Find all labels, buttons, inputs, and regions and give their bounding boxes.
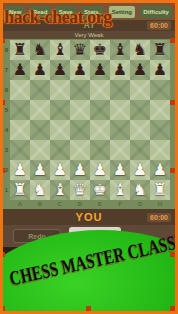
square-e1[interactable]: ♚ [90,180,110,200]
difficulty-button[interactable]: Difficulty [140,6,172,18]
piece-white-bishop: ♝ [110,180,130,200]
square-e7[interactable]: ♟ [90,60,110,80]
frame-marker [86,0,91,5]
chess-board: 87654321 ♜♞♝♛♚♝♞♜♟♟♟♟♟♟♟♟♟♟♟♟♟♟♟♟♜♞♝♛♚♝♞… [3,39,175,209]
piece-white-bishop: ♝ [50,180,70,200]
square-d1[interactable]: ♛ [70,180,90,200]
square-b1[interactable]: ♞ [30,180,50,200]
square-e3[interactable] [90,140,110,160]
square-b2[interactable]: ♟ [30,160,50,180]
square-h8[interactable]: ♜ [150,40,170,60]
square-d8[interactable]: ♛ [70,40,90,60]
piece-black-knight: ♞ [130,40,150,60]
rank-label-1: 1 [3,180,10,200]
file-label-c: C [50,200,70,209]
piece-white-pawn: ♟ [10,160,30,180]
square-c7[interactable]: ♟ [50,60,70,80]
file-label-b: B [30,200,50,209]
piece-black-bishop: ♝ [50,40,70,60]
rank-label-6: 6 [3,80,10,100]
square-d4[interactable] [70,120,90,140]
frame-marker [0,252,5,257]
square-g8[interactable]: ♞ [130,40,150,60]
piece-white-rook: ♜ [150,180,170,200]
frame-marker [0,0,5,5]
square-a7[interactable]: ♟ [10,60,30,80]
piece-black-pawn: ♟ [10,60,30,80]
square-h2[interactable]: ♟ [150,160,170,180]
square-f3[interactable] [110,140,130,160]
square-e4[interactable] [90,120,110,140]
file-label-d: D [70,200,90,209]
square-c3[interactable] [50,140,70,160]
square-b3[interactable] [30,140,50,160]
square-h1[interactable]: ♜ [150,180,170,200]
frame-marker [0,38,5,43]
square-e6[interactable] [90,80,110,100]
square-c1[interactable]: ♝ [50,180,70,200]
piece-white-pawn: ♟ [110,160,130,180]
frame-marker [170,168,175,173]
rank-label-4: 4 [3,120,10,140]
piece-black-pawn: ♟ [110,60,130,80]
square-g5[interactable] [130,100,150,120]
piece-white-knight: ♞ [130,180,150,200]
watermark-text: hack-cheat.org [4,7,111,28]
square-a6[interactable] [10,80,30,100]
square-g3[interactable] [130,140,150,160]
square-h4[interactable] [150,120,170,140]
frame-marker [170,100,175,105]
rank-label-3: 3 [3,140,10,160]
square-d7[interactable]: ♟ [70,60,90,80]
square-f8[interactable]: ♝ [110,40,130,60]
square-c6[interactable] [50,80,70,100]
piece-white-knight: ♞ [30,180,50,200]
square-g1[interactable]: ♞ [130,180,150,200]
rank-label-7: 7 [3,60,10,80]
square-g2[interactable]: ♟ [130,160,150,180]
chess-app-window: New Read Save Stats. Setting Difficulty … [0,0,178,314]
player-bar: YOU 60:00 [3,209,175,225]
square-b8[interactable]: ♞ [30,40,50,60]
square-h5[interactable] [150,100,170,120]
square-b7[interactable]: ♟ [30,60,50,80]
file-label-a: A [10,200,30,209]
frame-marker [170,0,175,5]
rank-label-8: 8 [3,40,10,60]
piece-white-queen: ♛ [70,180,90,200]
piece-white-pawn: ♟ [150,160,170,180]
setting-button[interactable]: Setting [109,6,135,18]
square-c4[interactable] [50,120,70,140]
file-label-f: F [110,200,130,209]
square-f1[interactable]: ♝ [110,180,130,200]
square-f2[interactable]: ♟ [110,160,130,180]
square-f4[interactable] [110,120,130,140]
square-d6[interactable] [70,80,90,100]
difficulty-label: Very Weak [3,31,175,39]
frame-marker [170,252,175,257]
square-a3[interactable] [10,140,30,160]
square-e2[interactable]: ♟ [90,160,110,180]
square-b6[interactable] [30,80,50,100]
piece-white-pawn: ♟ [90,160,110,180]
piece-black-knight: ♞ [30,40,50,60]
square-h3[interactable] [150,140,170,160]
piece-white-king: ♚ [90,180,110,200]
frame-marker [0,100,5,105]
square-e8[interactable]: ♚ [90,40,110,60]
square-b4[interactable] [30,120,50,140]
piece-white-pawn: ♟ [70,160,90,180]
piece-black-king: ♚ [90,40,110,60]
piece-white-pawn: ♟ [30,160,50,180]
square-g4[interactable] [130,120,150,140]
piece-black-pawn: ♟ [30,60,50,80]
piece-black-rook: ♜ [10,40,30,60]
square-a1[interactable]: ♜ [10,180,30,200]
piece-black-pawn: ♟ [50,60,70,80]
piece-black-bishop: ♝ [110,40,130,60]
frame-marker [170,38,175,43]
square-a4[interactable] [10,120,30,140]
file-label-h: H [150,200,170,209]
square-c5[interactable] [50,100,70,120]
piece-black-queen: ♛ [70,40,90,60]
frame-marker [0,306,5,311]
file-label-g: G [130,200,150,209]
square-g6[interactable] [130,80,150,100]
square-c2[interactable]: ♟ [50,160,70,180]
square-c8[interactable]: ♝ [50,40,70,60]
piece-white-pawn: ♟ [50,160,70,180]
board-grid: ♜♞♝♛♚♝♞♜♟♟♟♟♟♟♟♟♟♟♟♟♟♟♟♟♜♞♝♛♚♝♞♜ [10,40,170,200]
frame-marker [0,168,5,173]
file-labels: ABCDEFGH [10,200,170,209]
square-d5[interactable] [70,100,90,120]
file-label-e: E [90,200,110,209]
square-b5[interactable] [30,100,50,120]
frame-marker [86,306,91,311]
piece-black-pawn: ♟ [130,60,150,80]
frame-marker [170,306,175,311]
piece-black-pawn: ♟ [90,60,110,80]
square-a5[interactable] [10,100,30,120]
square-a8[interactable]: ♜ [10,40,30,60]
piece-black-rook: ♜ [150,40,170,60]
piece-white-rook: ♜ [10,180,30,200]
square-d2[interactable]: ♟ [70,160,90,180]
square-f7[interactable]: ♟ [110,60,130,80]
piece-white-pawn: ♟ [130,160,150,180]
square-e5[interactable] [90,100,110,120]
square-g7[interactable]: ♟ [130,60,150,80]
square-d3[interactable] [70,140,90,160]
piece-black-pawn: ♟ [150,60,170,80]
piece-black-pawn: ♟ [70,60,90,80]
square-f5[interactable] [110,100,130,120]
square-h6[interactable] [150,80,170,100]
rank-labels: 87654321 [3,40,10,209]
player-clock: 60:00 [147,213,171,222]
square-f6[interactable] [110,80,130,100]
square-a2[interactable]: ♟ [10,160,30,180]
square-h7[interactable]: ♟ [150,60,170,80]
opponent-clock: 60:00 [147,21,171,30]
